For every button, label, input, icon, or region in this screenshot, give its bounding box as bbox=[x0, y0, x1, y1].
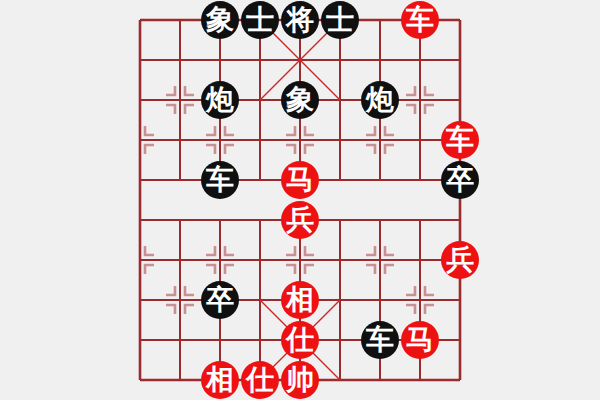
black-cannon[interactable]: 炮 bbox=[361, 81, 399, 119]
red-pawn[interactable]: 兵 bbox=[441, 241, 479, 279]
red-horse[interactable]: 马 bbox=[281, 161, 319, 199]
red-elephant[interactable]: 相 bbox=[201, 361, 239, 399]
black-pawn[interactable]: 卒 bbox=[441, 161, 479, 199]
black-elephant[interactable]: 象 bbox=[281, 81, 319, 119]
black-cannon[interactable]: 炮 bbox=[201, 81, 239, 119]
black-advisor[interactable]: 士 bbox=[321, 1, 359, 39]
red-horse[interactable]: 马 bbox=[401, 321, 439, 359]
black-chariot[interactable]: 车 bbox=[201, 161, 239, 199]
red-pawn[interactable]: 兵 bbox=[281, 201, 319, 239]
red-chariot[interactable]: 车 bbox=[441, 121, 479, 159]
red-advisor[interactable]: 仕 bbox=[241, 361, 279, 399]
red-advisor[interactable]: 仕 bbox=[281, 321, 319, 359]
red-general[interactable]: 帅 bbox=[281, 361, 319, 399]
red-elephant[interactable]: 相 bbox=[281, 281, 319, 319]
red-chariot[interactable]: 车 bbox=[401, 1, 439, 39]
black-advisor[interactable]: 士 bbox=[241, 1, 279, 39]
black-general[interactable]: 将 bbox=[281, 1, 319, 39]
xiangqi-board: 象士将士车炮象炮车车马卒兵兵卒相仕车马相仕帅 bbox=[0, 0, 600, 400]
board-intersections[interactable]: 象士将士车炮象炮车车马卒兵兵卒相仕车马相仕帅 bbox=[120, 0, 480, 400]
black-chariot[interactable]: 车 bbox=[361, 321, 399, 359]
black-elephant[interactable]: 象 bbox=[201, 1, 239, 39]
black-pawn[interactable]: 卒 bbox=[201, 281, 239, 319]
